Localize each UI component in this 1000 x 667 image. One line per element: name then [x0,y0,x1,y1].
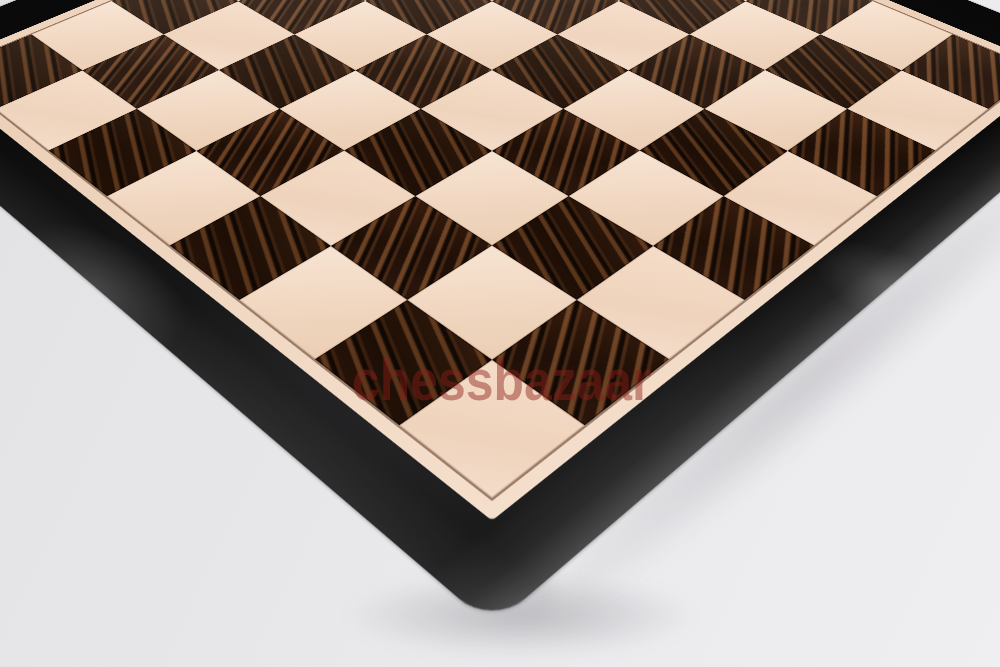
photo-scene: chessbazaar [0,0,1000,667]
watermark-text: chessbazaar [352,348,651,412]
chess-board [0,0,1000,627]
